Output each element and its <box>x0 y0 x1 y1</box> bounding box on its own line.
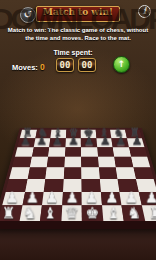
square-c7[interactable]: ♟ <box>49 138 65 147</box>
white-rook[interactable]: ♜ <box>0 205 19 221</box>
mode-description: Match to win: The classic game of chess,… <box>7 27 149 42</box>
black-pawn[interactable]: ♟ <box>129 135 145 147</box>
square-g1[interactable]: ♞ <box>121 206 144 221</box>
square-b6[interactable] <box>31 147 49 157</box>
square-e6[interactable] <box>81 147 98 157</box>
black-pawn[interactable]: ♟ <box>81 135 97 147</box>
white-bishop[interactable]: ♝ <box>103 205 124 221</box>
square-b5[interactable] <box>29 157 48 168</box>
white-bishop[interactable]: ♝ <box>40 205 61 221</box>
chessboard-scene: ♜♞♝♛♚♝♞♜♟♟♟♟♟♟♟♟♟♟♟♟♟♟♟♟♜♞♝♛♚♝♞♜ <box>0 96 156 260</box>
black-pawn[interactable]: ♟ <box>49 135 65 147</box>
up-arrow-icon: ↑ <box>118 59 126 69</box>
app-screen: DOWNLOADPARK ↺ i Match to win! Match to … <box>0 0 156 260</box>
white-king[interactable]: ♚ <box>82 205 103 221</box>
square-f1[interactable]: ♝ <box>102 206 124 221</box>
square-e4[interactable] <box>81 167 99 179</box>
square-e1[interactable]: ♚ <box>82 206 103 221</box>
square-f6[interactable] <box>97 147 114 157</box>
square-c6[interactable] <box>48 147 65 157</box>
black-pawn[interactable]: ♟ <box>113 135 129 147</box>
square-c4[interactable] <box>45 167 64 179</box>
square-h4[interactable] <box>133 167 154 179</box>
white-knight[interactable]: ♞ <box>124 205 145 221</box>
banner-title: Match to win! <box>36 6 120 22</box>
minutes-counter: 00 <box>56 58 74 72</box>
square-a4[interactable] <box>9 167 29 179</box>
square-h6[interactable] <box>129 147 148 157</box>
black-pawn[interactable]: ♟ <box>33 135 49 147</box>
black-pawn[interactable]: ♟ <box>65 135 81 147</box>
square-d1[interactable]: ♛ <box>61 206 82 221</box>
square-c5[interactable] <box>47 157 65 168</box>
chessboard[interactable]: ♜♞♝♛♚♝♞♜♟♟♟♟♟♟♟♟♟♟♟♟♟♟♟♟♜♞♝♛♚♝♞♜ <box>0 128 156 229</box>
info-icon: i <box>143 6 146 16</box>
square-a7[interactable]: ♟ <box>18 138 36 147</box>
undo-arrow-icon: ↺ <box>24 9 32 20</box>
moves-counter: Moves: 0 <box>12 62 45 72</box>
white-queen[interactable]: ♛ <box>61 205 82 221</box>
white-knight[interactable]: ♞ <box>19 205 40 221</box>
info-button[interactable]: i <box>138 5 151 18</box>
square-c1[interactable]: ♝ <box>40 206 62 221</box>
square-f4[interactable] <box>98 167 117 179</box>
square-d7[interactable]: ♟ <box>65 138 81 147</box>
square-d5[interactable] <box>64 157 81 168</box>
square-b1[interactable]: ♞ <box>19 206 42 221</box>
square-f5[interactable] <box>98 157 116 168</box>
square-e5[interactable] <box>81 157 98 168</box>
back-button[interactable]: ↺ <box>20 7 36 23</box>
seconds-counter: 00 <box>78 58 96 72</box>
square-h5[interactable] <box>131 157 151 168</box>
black-pawn[interactable]: ♟ <box>18 135 34 147</box>
white-rook[interactable]: ♜ <box>145 205 156 221</box>
square-d6[interactable] <box>65 147 82 157</box>
time-counters: 00 00 <box>56 58 96 72</box>
time-spent-label: Time spent: <box>0 49 146 56</box>
black-pawn[interactable]: ♟ <box>97 135 113 147</box>
square-h7[interactable]: ♟ <box>127 138 145 147</box>
moves-label: Moves: <box>12 63 38 72</box>
square-e7[interactable]: ♟ <box>81 138 97 147</box>
square-b4[interactable] <box>27 167 46 179</box>
square-f7[interactable]: ♟ <box>96 138 113 147</box>
square-g7[interactable]: ♟ <box>111 138 128 147</box>
square-b7[interactable]: ♟ <box>33 138 50 147</box>
green-action-button[interactable]: ↑ <box>113 56 130 73</box>
moves-value: 0 <box>40 62 45 72</box>
square-d4[interactable] <box>63 167 81 179</box>
